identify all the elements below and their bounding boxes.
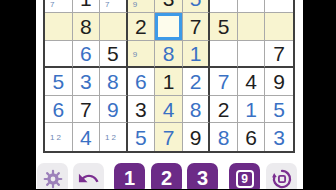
entered-digit: 1 [245,99,257,120]
cell-r8c6[interactable]: 8 [183,96,211,124]
digit-1-button[interactable]: 1 [114,163,145,189]
digit-3-button[interactable]: 3 [187,163,218,189]
entered-digit: 2 [190,71,202,92]
cell-r9c2[interactable]: 4 [73,123,101,151]
cell-r7c1[interactable]: 5 [45,68,73,96]
pencil-marks: 9 [133,49,139,58]
notes-9-label: 9 [241,172,248,186]
cell-r4c6[interactable]: 5 [183,0,211,13]
cell-r5c1[interactable] [45,13,73,41]
cell-r7c9[interactable]: 9 [265,68,293,96]
cell-r9c1[interactable]: 12 [45,123,73,151]
cell-r9c3[interactable]: 12 [100,123,128,151]
undo-button[interactable] [73,163,104,189]
sudoku-app: 7179358275659817538612749679348215124125… [36,0,303,189]
pencil-marks: 7 [105,0,111,9]
cell-r9c6[interactable]: 9 [183,123,211,151]
cell-r4c8[interactable] [238,0,266,13]
entered-digit: 8 [107,71,119,92]
cell-r5c8[interactable] [238,13,266,41]
cell-r8c7[interactable]: 2 [210,96,238,124]
cell-r6c2[interactable]: 6 [73,41,101,69]
cell-r7c5[interactable]: 1 [155,68,183,96]
cell-r7c6[interactable]: 2 [183,68,211,96]
given-digit: 8 [80,16,92,37]
entered-digit: 8 [218,127,230,148]
pencil-marks: 7 [50,0,56,9]
cell-r6c6[interactable]: 1 [183,41,211,69]
entered-digit: 4 [163,99,175,120]
pencil-marks: 9 [133,0,139,9]
restart-button[interactable] [266,163,297,189]
cell-r5c9[interactable] [265,13,293,41]
cell-r7c7[interactable]: 7 [210,68,238,96]
cell-r5c2[interactable]: 8 [73,13,101,41]
cell-r4c5[interactable]: 3 [155,0,183,13]
cell-r6c8[interactable] [238,41,266,69]
cell-r9c5[interactable]: 7 [155,123,183,151]
given-digit: 3 [163,0,175,9]
entered-digit: 6 [135,71,147,92]
cell-r8c1[interactable]: 6 [45,96,73,124]
given-digit: 5 [107,43,119,64]
given-digit: 4 [245,71,257,92]
given-digit: 7 [80,99,92,120]
cell-r4c2[interactable]: 1 [73,0,101,13]
digit-2-button[interactable]: 2 [151,163,182,189]
given-digit: 3 [135,99,147,120]
notes-9-button[interactable]: 9 [229,163,260,189]
restart-icon [271,168,293,190]
cell-r4c1[interactable]: 7 [45,0,73,13]
cell-r8c2[interactable]: 7 [73,96,101,124]
entered-digit: 3 [273,127,285,148]
digit-2-label: 2 [161,167,172,189]
cell-r5c4[interactable]: 2 [128,13,156,41]
entered-digit: 9 [107,99,119,120]
cell-r7c4[interactable]: 6 [128,68,156,96]
cell-r9c4[interactable]: 5 [128,123,156,151]
entered-digit: 5 [273,99,285,120]
cell-r4c3[interactable]: 7 [100,0,128,13]
cell-r5c5[interactable] [155,13,183,41]
cell-r8c8[interactable]: 1 [238,96,266,124]
cell-r5c7[interactable]: 5 [210,13,238,41]
given-digit: 1 [163,71,175,92]
entered-digit: 6 [80,43,92,64]
cell-r6c5[interactable]: 8 [155,41,183,69]
entered-digit: 5 [135,127,147,148]
settings-button[interactable] [37,163,68,189]
given-digit: 2 [218,99,230,120]
given-digit: 5 [218,16,230,37]
cell-r4c7[interactable] [210,0,238,13]
cell-r8c5[interactable]: 4 [155,96,183,124]
cell-r4c9[interactable] [265,0,293,13]
pencil-marks: 12 [50,133,63,142]
given-digit: 9 [273,71,285,92]
cell-r5c3[interactable] [100,13,128,41]
cell-r6c3[interactable]: 5 [100,41,128,69]
cell-r9c8[interactable]: 6 [238,123,266,151]
toolbar: 1 2 3 9 [36,163,303,189]
cell-r7c8[interactable]: 4 [238,68,266,96]
cell-r9c9[interactable]: 3 [265,123,293,151]
entered-digit: 1 [190,43,202,64]
cell-r4c4[interactable]: 9 [128,0,156,13]
entered-digit: 8 [190,99,202,120]
cell-r7c3[interactable]: 8 [100,68,128,96]
cell-r5c6[interactable]: 7 [183,13,211,41]
given-digit: 1 [80,0,92,9]
notes-cell-icon: 9 [236,170,254,188]
cell-r7c2[interactable]: 3 [73,68,101,96]
entered-digit: 7 [163,127,175,148]
sudoku-board: 7179358275659817538612749679348215124125… [43,0,295,153]
cell-r8c4[interactable]: 3 [128,96,156,124]
given-digit: 9 [190,127,202,148]
cell-r6c1[interactable] [45,41,73,69]
digit-1-label: 1 [124,167,135,189]
entered-digit: 6 [52,99,64,120]
gear-icon [42,168,64,190]
cell-r6c9[interactable]: 7 [265,41,293,69]
entered-digit: 5 [190,0,202,9]
entered-digit: 8 [163,43,175,64]
cell-r8c9[interactable]: 5 [265,96,293,124]
given-digit: 7 [190,16,202,37]
cell-r6c4[interactable]: 9 [128,41,156,69]
cell-r8c3[interactable]: 9 [100,96,128,124]
pencil-marks: 12 [105,133,118,142]
entered-digit: 4 [80,127,92,148]
cell-r6c7[interactable] [210,41,238,69]
entered-digit: 5 [52,71,64,92]
given-digit: 2 [135,16,147,37]
given-digit: 7 [273,43,285,64]
entered-digit: 3 [80,71,92,92]
undo-arrow-icon [77,167,100,189]
digit-3-label: 3 [197,167,208,189]
given-digit: 6 [245,127,257,148]
screen: { "game": "sudoku", "position": { "legen… [0,0,336,189]
entered-digit: 7 [218,71,230,92]
cell-r9c7[interactable]: 8 [210,123,238,151]
